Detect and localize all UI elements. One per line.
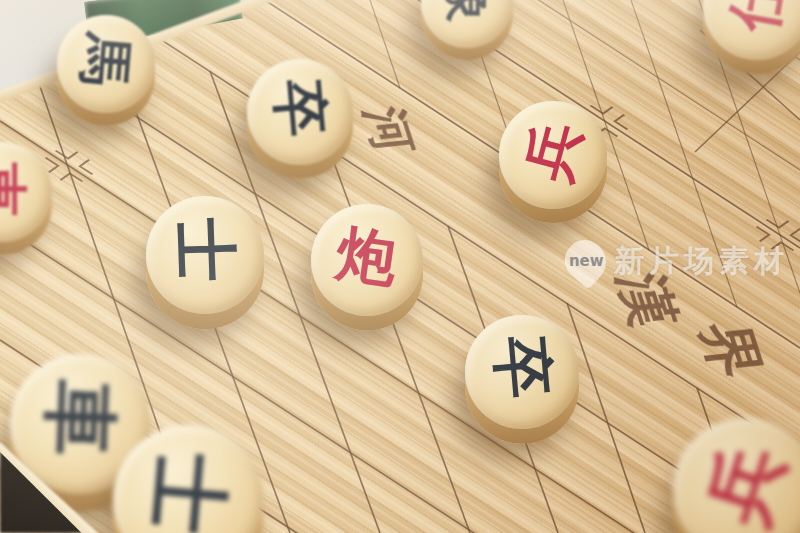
piece-black-卒: 卒 [247,59,353,165]
piece-character: 卒 [488,334,555,401]
piece-face: 士 [146,196,264,314]
piece-face: 炮 [311,204,423,316]
piece-character: 卒 [269,77,331,139]
river-char-界: 界 [693,319,770,380]
piece-character: 兵 [517,115,588,186]
river-char-漢: 漢 [611,270,685,329]
piece-black-馬: 馬 [57,15,155,113]
piece-black-象: 象 [421,0,513,48]
piece-character: 象 [442,0,492,23]
river-char-河: 河 [358,105,422,156]
piece-character: 仕 [723,0,790,35]
piece-character: 車 [0,161,29,215]
piece-character: 馬 [77,31,134,88]
piece-character: 兵 [696,435,794,533]
piece-red-兵: 兵 [499,101,607,209]
piece-red-兵: 兵 [673,418,800,533]
piece-black-士: 士 [146,196,264,314]
piece-character: 炮 [333,222,401,290]
piece-character: 士 [172,217,238,283]
piece-red-車: 車 [0,142,52,242]
piece-character: 士 [144,450,232,533]
piece-black-卒: 卒 [465,315,579,429]
piece-red-炮: 炮 [311,204,423,316]
piece-face: 兵 [673,418,800,533]
piece-face: 卒 [465,315,579,429]
piece-face: 士 [113,425,263,533]
piece-face: 馬 [57,15,155,113]
piece-face: 兵 [499,101,607,209]
xiangqi-photo: { "game": "xiangqi (Chinese chess)", "sc… [0,0,800,533]
piece-character: 車 [41,379,120,458]
piece-black-士: 士 [113,425,263,533]
piece-red-仕: 仕 [703,0,800,60]
piece-face: 卒 [247,59,353,165]
